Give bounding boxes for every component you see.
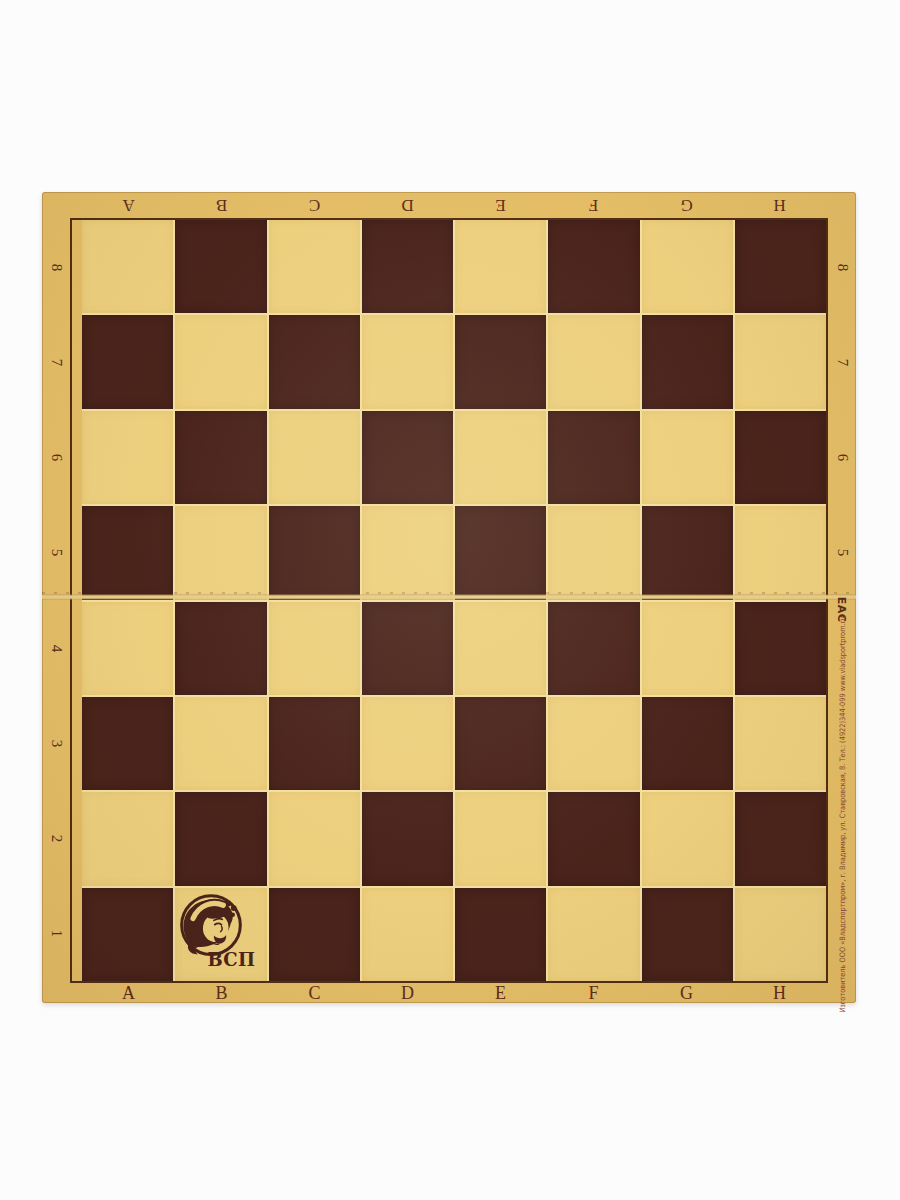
file-label-top-b: B <box>175 192 268 218</box>
square-h8[interactable] <box>735 220 826 313</box>
square-c4[interactable] <box>269 602 360 695</box>
file-label-bottom-f: F <box>547 983 640 1003</box>
square-g1[interactable] <box>642 888 733 981</box>
square-g5[interactable] <box>642 506 733 599</box>
square-d3[interactable] <box>362 697 453 790</box>
file-label-bottom-h: H <box>733 983 826 1003</box>
square-d8[interactable] <box>362 220 453 313</box>
file-label-top-a: A <box>82 192 175 218</box>
square-c6[interactable] <box>269 411 360 504</box>
fold-seam <box>42 594 856 600</box>
square-a6[interactable] <box>82 411 173 504</box>
square-e6[interactable] <box>455 411 546 504</box>
board-field: ВСП <box>82 220 826 981</box>
square-d6[interactable] <box>362 411 453 504</box>
square-d5[interactable] <box>362 506 453 599</box>
square-f3[interactable] <box>548 697 639 790</box>
logo-text: ВСП <box>207 949 255 970</box>
file-label-top-h: H <box>733 192 826 218</box>
square-b4[interactable] <box>175 602 266 695</box>
file-label-top-f: F <box>547 192 640 218</box>
square-a5[interactable] <box>82 506 173 599</box>
square-f4[interactable] <box>548 602 639 695</box>
square-b1[interactable]: ВСП <box>175 888 266 981</box>
square-c7[interactable] <box>269 315 360 408</box>
square-a7[interactable] <box>82 315 173 408</box>
square-f5[interactable] <box>548 506 639 599</box>
file-label-top-d: D <box>361 192 454 218</box>
chessboard-sheet: ABCDEFGH 87654321 8765 ABCDEFGH <box>42 192 856 1003</box>
square-c3[interactable] <box>269 697 360 790</box>
square-h3[interactable] <box>735 697 826 790</box>
square-b6[interactable] <box>175 411 266 504</box>
square-a8[interactable] <box>82 220 173 313</box>
square-a2[interactable] <box>82 792 173 885</box>
square-e8[interactable] <box>455 220 546 313</box>
manufacturer-info: Изготовитель ООО «Владспортпром», г. Вла… <box>828 626 856 1002</box>
square-g3[interactable] <box>642 697 733 790</box>
square-h1[interactable] <box>735 888 826 981</box>
square-d2[interactable] <box>362 792 453 885</box>
square-g4[interactable] <box>642 602 733 695</box>
square-c1[interactable] <box>269 888 360 981</box>
square-g6[interactable] <box>642 411 733 504</box>
file-label-bottom-g: G <box>640 983 733 1003</box>
square-e5[interactable] <box>455 506 546 599</box>
square-e7[interactable] <box>455 315 546 408</box>
square-d7[interactable] <box>362 315 453 408</box>
square-e2[interactable] <box>455 792 546 885</box>
square-g8[interactable] <box>642 220 733 313</box>
square-f7[interactable] <box>548 315 639 408</box>
file-labels-bottom: ABCDEFGH <box>82 983 826 1003</box>
manufacturer-logo: ВСП <box>175 888 266 981</box>
square-e4[interactable] <box>455 602 546 695</box>
square-c8[interactable] <box>269 220 360 313</box>
square-g7[interactable] <box>642 315 733 408</box>
square-b5[interactable] <box>175 506 266 599</box>
square-d4[interactable] <box>362 602 453 695</box>
square-h6[interactable] <box>735 411 826 504</box>
square-e1[interactable] <box>455 888 546 981</box>
square-b3[interactable] <box>175 697 266 790</box>
square-a4[interactable] <box>82 602 173 695</box>
file-label-bottom-a: A <box>82 983 175 1003</box>
square-a1[interactable] <box>82 888 173 981</box>
square-f2[interactable] <box>548 792 639 885</box>
square-f8[interactable] <box>548 220 639 313</box>
manufacturer-info-text: Изготовитель ООО «Владспортпром», г. Вла… <box>838 616 847 1012</box>
square-h2[interactable] <box>735 792 826 885</box>
file-label-top-c: C <box>268 192 361 218</box>
rank-labels-left: 87654321 <box>42 220 70 981</box>
square-f1[interactable] <box>548 888 639 981</box>
file-label-bottom-c: C <box>268 983 361 1003</box>
square-b2[interactable] <box>175 792 266 885</box>
file-label-bottom-b: B <box>175 983 268 1003</box>
square-d1[interactable] <box>362 888 453 981</box>
file-labels-top: ABCDEFGH <box>82 192 826 218</box>
square-c2[interactable] <box>269 792 360 885</box>
square-h4[interactable] <box>735 602 826 695</box>
square-g2[interactable] <box>642 792 733 885</box>
square-b7[interactable] <box>175 315 266 408</box>
square-h7[interactable] <box>735 315 826 408</box>
file-label-top-e: E <box>454 192 547 218</box>
board-frame: ВСП <box>70 218 828 983</box>
square-e3[interactable] <box>455 697 546 790</box>
square-c5[interactable] <box>269 506 360 599</box>
square-f6[interactable] <box>548 411 639 504</box>
file-label-bottom-d: D <box>361 983 454 1003</box>
file-label-bottom-e: E <box>454 983 547 1003</box>
square-a3[interactable] <box>82 697 173 790</box>
square-h5[interactable] <box>735 506 826 599</box>
photo-background: ABCDEFGH 87654321 8765 ABCDEFGH <box>0 0 900 1200</box>
square-b8[interactable] <box>175 220 266 313</box>
file-label-top-g: G <box>640 192 733 218</box>
